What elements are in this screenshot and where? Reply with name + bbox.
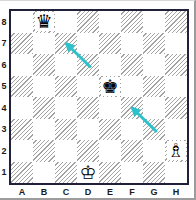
- white-bishop: ♗: [167, 141, 186, 160]
- square-a1: [11, 162, 33, 184]
- file-label-e: E: [99, 186, 121, 198]
- rank-label-1: 1: [0, 162, 8, 184]
- square-h8: [165, 11, 187, 33]
- square-h3: [165, 119, 187, 141]
- square-c3: [55, 119, 77, 141]
- square-h7: [165, 33, 187, 55]
- rank-label-2: 2: [0, 140, 8, 162]
- square-g8: [143, 11, 165, 33]
- rank-label-7: 7: [0, 33, 8, 55]
- square-e4: [99, 97, 121, 119]
- square-e7: [99, 33, 121, 55]
- rank-label-5: 5: [0, 76, 8, 98]
- square-f5: [121, 76, 143, 98]
- chess-board: ♛♚♗♔: [9, 9, 189, 185]
- square-c6: [55, 54, 77, 76]
- square-g3: [143, 119, 165, 141]
- square-g7: [143, 33, 165, 55]
- rank-label-4: 4: [0, 97, 8, 119]
- rank-label-8: 8: [0, 11, 8, 33]
- square-f8: [121, 11, 143, 33]
- square-g6: [143, 54, 165, 76]
- square-g5: [143, 76, 165, 98]
- square-a2: [11, 140, 33, 162]
- square-d6: [77, 54, 99, 76]
- square-c8: [55, 11, 77, 33]
- square-f7: [121, 33, 143, 55]
- black-queen: ♛: [35, 12, 54, 31]
- file-label-g: G: [143, 186, 165, 198]
- file-label-d: D: [77, 186, 99, 198]
- square-h2: ♗: [165, 140, 187, 162]
- square-e6: [99, 54, 121, 76]
- file-label-a: A: [11, 186, 33, 198]
- file-label-c: C: [55, 186, 77, 198]
- chess-diagram: 87654321 ♛♚♗♔ ABCDEFGH: [0, 0, 196, 200]
- square-h5: [165, 76, 187, 98]
- square-a6: [11, 54, 33, 76]
- square-g1: [143, 162, 165, 184]
- square-f6: [121, 54, 143, 76]
- rank-label-6: 6: [0, 54, 8, 76]
- square-b3: [33, 119, 55, 141]
- square-c5: [55, 76, 77, 98]
- square-f1: [121, 162, 143, 184]
- square-a3: [11, 119, 33, 141]
- square-e8: [99, 11, 121, 33]
- square-a4: [11, 97, 33, 119]
- square-e3: [99, 119, 121, 141]
- black-king: ♚: [101, 77, 120, 96]
- square-e1: [99, 162, 121, 184]
- file-label-f: F: [121, 186, 143, 198]
- square-h1: [165, 162, 187, 184]
- rank-label-3: 3: [0, 119, 8, 141]
- square-b4: [33, 97, 55, 119]
- file-label-b: B: [33, 186, 55, 198]
- square-b5: [33, 76, 55, 98]
- square-d2: [77, 140, 99, 162]
- square-a5: [11, 76, 33, 98]
- square-c2: [55, 140, 77, 162]
- square-c4: [55, 97, 77, 119]
- square-d8: [77, 11, 99, 33]
- square-b1: [33, 162, 55, 184]
- square-f3: [121, 119, 143, 141]
- square-e2: [99, 140, 121, 162]
- square-g4: [143, 97, 165, 119]
- square-d3: [77, 119, 99, 141]
- square-d1: ♔: [77, 162, 99, 184]
- white-king: ♔: [79, 163, 98, 182]
- square-a8: [11, 11, 33, 33]
- square-e5: ♚: [99, 76, 121, 98]
- square-a7: [11, 33, 33, 55]
- square-f2: [121, 140, 143, 162]
- square-b8: ♛: [33, 11, 55, 33]
- square-b2: [33, 140, 55, 162]
- square-d4: [77, 97, 99, 119]
- square-h4: [165, 97, 187, 119]
- square-d7: [77, 33, 99, 55]
- square-c1: [55, 162, 77, 184]
- square-d5: [77, 76, 99, 98]
- square-g2: [143, 140, 165, 162]
- square-f4: [121, 97, 143, 119]
- square-b7: [33, 33, 55, 55]
- square-h6: [165, 54, 187, 76]
- square-c7: [55, 33, 77, 55]
- square-b6: [33, 54, 55, 76]
- file-label-h: H: [165, 186, 187, 198]
